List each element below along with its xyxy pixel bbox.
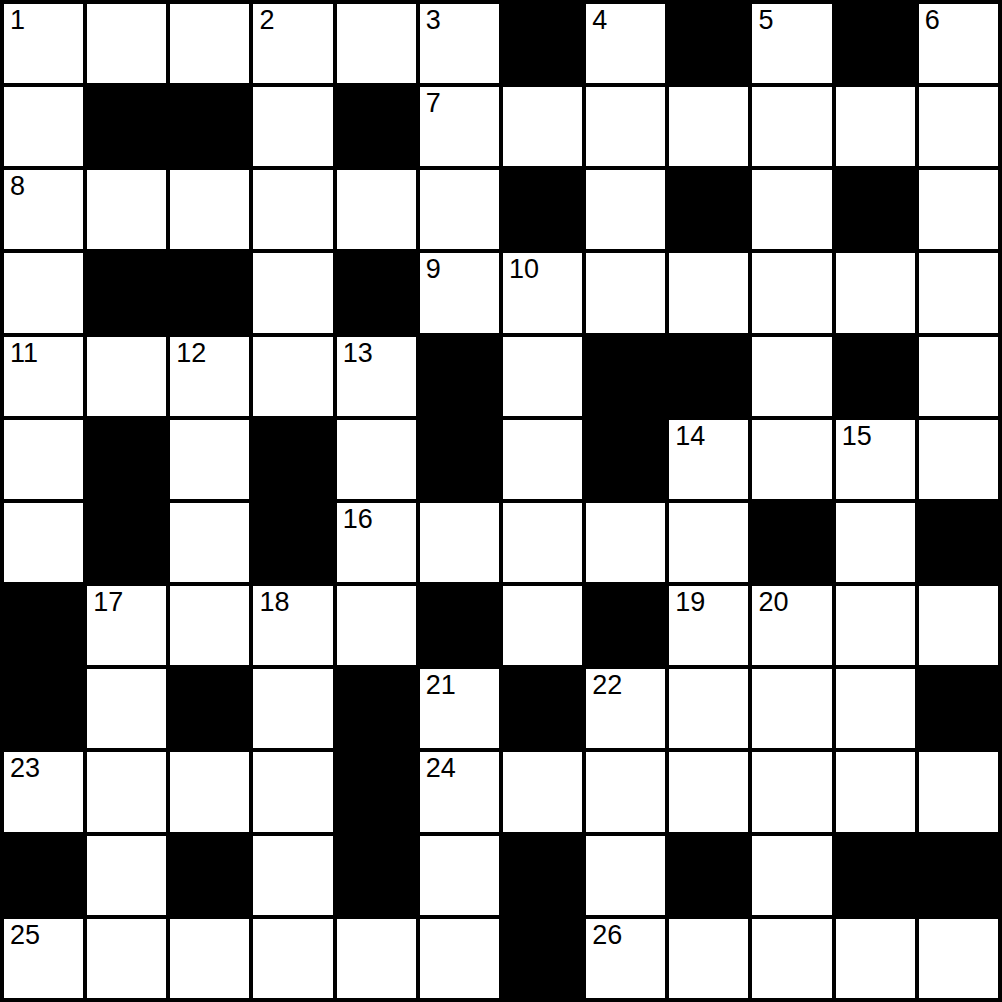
crossword-cell[interactable]: 24 [420, 752, 499, 831]
crossword-cell[interactable] [87, 669, 166, 748]
crossword-cell[interactable] [752, 337, 831, 416]
crossword-cell[interactable]: 16 [337, 503, 416, 582]
blocked-cell [170, 87, 249, 166]
crossword-cell[interactable] [170, 420, 249, 499]
blocked-cell [836, 836, 915, 915]
blocked-cell [919, 669, 998, 748]
crossword-cell[interactable] [503, 87, 582, 166]
blocked-cell [836, 170, 915, 249]
crossword-cell[interactable]: 12 [170, 337, 249, 416]
crossword-cell[interactable] [919, 420, 998, 499]
clue-number: 1 [10, 5, 25, 36]
crossword-cell[interactable] [752, 836, 831, 915]
crossword-cell[interactable]: 9 [420, 253, 499, 332]
crossword-cell[interactable] [586, 836, 665, 915]
crossword-cell[interactable]: 6 [919, 4, 998, 83]
crossword-cell[interactable]: 18 [253, 586, 332, 665]
clue-number: 3 [426, 5, 441, 36]
clue-number: 20 [758, 587, 788, 618]
crossword-cell[interactable] [253, 337, 332, 416]
blocked-cell [170, 669, 249, 748]
crossword-cell[interactable] [420, 919, 499, 998]
clue-number: 17 [93, 587, 123, 618]
crossword-cell[interactable] [836, 752, 915, 831]
crossword-cell[interactable] [836, 919, 915, 998]
crossword-cell[interactable]: 5 [752, 4, 831, 83]
crossword-cell[interactable]: 15 [836, 420, 915, 499]
crossword-cell[interactable] [253, 919, 332, 998]
crossword-cell[interactable] [919, 752, 998, 831]
crossword-cell[interactable] [337, 919, 416, 998]
crossword-cell[interactable] [337, 4, 416, 83]
blocked-cell [503, 669, 582, 748]
blocked-cell [420, 337, 499, 416]
crossword-cell[interactable] [420, 503, 499, 582]
crossword-cell[interactable] [170, 170, 249, 249]
crossword-cell[interactable] [337, 170, 416, 249]
crossword-cell[interactable] [253, 253, 332, 332]
crossword-cell[interactable] [337, 586, 416, 665]
blocked-cell [669, 170, 748, 249]
crossword-cell[interactable] [919, 253, 998, 332]
crossword-cell[interactable] [752, 253, 831, 332]
blocked-cell [337, 87, 416, 166]
crossword-cell[interactable] [170, 919, 249, 998]
crossword-cell[interactable] [253, 836, 332, 915]
blocked-cell [170, 253, 249, 332]
blocked-cell [420, 586, 499, 665]
crossword-cell[interactable] [253, 752, 332, 831]
blocked-cell [4, 836, 83, 915]
crossword-cell[interactable]: 1 [4, 4, 83, 83]
blocked-cell [919, 503, 998, 582]
blocked-cell [669, 337, 748, 416]
crossword-cell[interactable] [420, 170, 499, 249]
crossword-cell[interactable] [669, 253, 748, 332]
blocked-cell [503, 4, 582, 83]
clue-number: 24 [426, 753, 456, 784]
crossword-cell[interactable] [586, 253, 665, 332]
crossword-cell[interactable] [4, 420, 83, 499]
crossword-cell[interactable] [752, 87, 831, 166]
crossword-cell[interactable] [669, 752, 748, 831]
crossword-cell[interactable] [586, 170, 665, 249]
crossword-cell[interactable]: 19 [669, 586, 748, 665]
blocked-cell [420, 420, 499, 499]
blocked-cell [836, 4, 915, 83]
crossword-cell[interactable]: 26 [586, 919, 665, 998]
crossword-cell[interactable]: 7 [420, 87, 499, 166]
blocked-cell [4, 586, 83, 665]
clue-number: 25 [10, 920, 40, 951]
crossword-cell[interactable] [87, 836, 166, 915]
crossword-cell[interactable] [586, 87, 665, 166]
crossword-cell[interactable]: 13 [337, 337, 416, 416]
clue-number: 4 [592, 5, 607, 36]
crossword-cell[interactable]: 20 [752, 586, 831, 665]
blocked-cell [337, 752, 416, 831]
crossword-cell[interactable]: 14 [669, 420, 748, 499]
blocked-cell [669, 4, 748, 83]
crossword-cell[interactable] [87, 752, 166, 831]
crossword-cell[interactable] [253, 170, 332, 249]
clue-number: 21 [426, 670, 456, 701]
crossword-cell[interactable] [836, 669, 915, 748]
crossword-cell[interactable] [420, 836, 499, 915]
blocked-cell [586, 586, 665, 665]
crossword-cell[interactable] [836, 586, 915, 665]
clue-number: 10 [509, 254, 539, 285]
crossword-cell[interactable] [669, 87, 748, 166]
blocked-cell [503, 919, 582, 998]
crossword-cell[interactable] [752, 752, 831, 831]
blocked-cell [337, 669, 416, 748]
clue-number: 12 [176, 338, 206, 369]
crossword-cell[interactable] [4, 503, 83, 582]
crossword-cell[interactable]: 22 [586, 669, 665, 748]
crossword-cell[interactable] [919, 337, 998, 416]
blocked-cell [87, 87, 166, 166]
crossword-cell[interactable] [87, 337, 166, 416]
blocked-cell [836, 337, 915, 416]
clue-number: 22 [592, 670, 622, 701]
crossword-cell[interactable] [919, 919, 998, 998]
blocked-cell [503, 836, 582, 915]
clue-number: 11 [10, 338, 38, 369]
blocked-cell [253, 503, 332, 582]
crossword-cell[interactable]: 11 [4, 337, 83, 416]
clue-number: 23 [10, 753, 40, 784]
blocked-cell [669, 836, 748, 915]
crossword-cell[interactable] [337, 420, 416, 499]
crossword-cell[interactable] [919, 170, 998, 249]
blocked-cell [337, 253, 416, 332]
crossword-cell[interactable]: 10 [503, 253, 582, 332]
clue-number: 14 [675, 421, 705, 452]
crossword-cell[interactable] [586, 752, 665, 831]
clue-number: 2 [259, 5, 274, 36]
crossword-cell[interactable] [669, 503, 748, 582]
crossword-cell[interactable] [836, 503, 915, 582]
clue-number: 26 [592, 920, 622, 951]
crossword-cell[interactable] [836, 253, 915, 332]
crossword-cell[interactable] [170, 586, 249, 665]
blocked-cell [4, 669, 83, 748]
blocked-cell [919, 836, 998, 915]
crossword-cell[interactable] [586, 503, 665, 582]
crossword-cell[interactable] [752, 420, 831, 499]
crossword-cell[interactable] [503, 420, 582, 499]
crossword-cell[interactable] [669, 669, 748, 748]
blocked-cell [170, 836, 249, 915]
crossword-cell[interactable] [87, 4, 166, 83]
crossword-cell[interactable]: 25 [4, 919, 83, 998]
crossword-cell[interactable]: 8 [4, 170, 83, 249]
crossword-cell[interactable]: 2 [253, 4, 332, 83]
crossword-cell[interactable] [253, 87, 332, 166]
crossword-cell[interactable] [919, 87, 998, 166]
crossword-cell[interactable] [752, 669, 831, 748]
clue-number: 5 [758, 5, 773, 36]
crossword-cell[interactable] [87, 170, 166, 249]
clue-number: 16 [343, 504, 373, 535]
blocked-cell [87, 420, 166, 499]
blocked-cell [87, 503, 166, 582]
crossword-cell[interactable] [170, 752, 249, 831]
clue-number: 8 [10, 171, 25, 202]
blocked-cell [503, 170, 582, 249]
crossword-cell[interactable] [752, 170, 831, 249]
crossword-board: 1234567891011121314151617181920212223242… [0, 0, 1002, 1002]
clue-number: 13 [343, 338, 373, 369]
crossword-cell[interactable]: 17 [87, 586, 166, 665]
crossword-cell[interactable] [170, 4, 249, 83]
blocked-cell [337, 836, 416, 915]
clue-number: 6 [925, 5, 940, 36]
crossword-cell[interactable] [253, 669, 332, 748]
crossword-cell[interactable] [836, 87, 915, 166]
crossword-cell[interactable] [170, 503, 249, 582]
blocked-cell [253, 420, 332, 499]
crossword-cell[interactable] [503, 337, 582, 416]
blocked-cell [87, 253, 166, 332]
crossword-cell[interactable] [503, 752, 582, 831]
crossword-cell[interactable] [919, 586, 998, 665]
crossword-cell[interactable] [752, 919, 831, 998]
crossword-cell[interactable]: 3 [420, 4, 499, 83]
crossword-cell[interactable] [4, 253, 83, 332]
crossword-cell[interactable]: 4 [586, 4, 665, 83]
crossword-cell[interactable] [503, 586, 582, 665]
blocked-cell [586, 337, 665, 416]
clue-number: 18 [259, 587, 289, 618]
clue-number: 7 [426, 88, 441, 119]
clue-number: 19 [675, 587, 705, 618]
crossword-cell[interactable]: 21 [420, 669, 499, 748]
crossword-cell[interactable]: 23 [4, 752, 83, 831]
crossword-cell[interactable] [669, 919, 748, 998]
crossword-cell[interactable] [4, 87, 83, 166]
clue-number: 15 [842, 421, 872, 452]
blocked-cell [752, 503, 831, 582]
crossword-cell[interactable] [503, 503, 582, 582]
crossword-cell[interactable] [87, 919, 166, 998]
clue-number: 9 [426, 254, 441, 285]
blocked-cell [586, 420, 665, 499]
